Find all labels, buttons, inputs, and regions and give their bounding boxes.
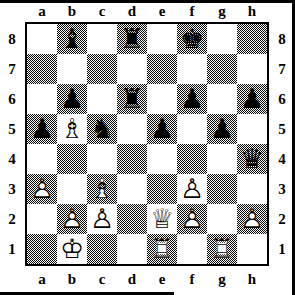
black-king[interactable]: ♚ — [177, 24, 207, 54]
file-label-bottom-d: d — [117, 270, 147, 288]
square-f2[interactable]: ♟♙ — [177, 204, 207, 234]
square-b3[interactable] — [57, 174, 87, 204]
white-pawn[interactable]: ♟♙ — [57, 204, 87, 234]
black-rook[interactable]: ♜ — [117, 24, 147, 54]
rank-labels-left: 87654321 — [3, 24, 21, 264]
square-d3[interactable] — [117, 174, 147, 204]
file-label-bottom-e: e — [147, 270, 177, 288]
square-b7[interactable] — [57, 54, 87, 84]
rank-label-right-6: 6 — [273, 84, 291, 114]
black-piece-glyph: ♟ — [57, 84, 87, 114]
square-c1[interactable] — [87, 234, 117, 264]
file-label-bottom-f: f — [177, 270, 207, 288]
rank-label-right-1: 1 — [273, 234, 291, 264]
square-g2[interactable] — [207, 204, 237, 234]
square-c2[interactable]: ♟♙ — [87, 204, 117, 234]
rank-label-left-4: 4 — [3, 144, 21, 174]
black-bishop[interactable]: ♝ — [57, 24, 87, 54]
file-label-top-f: f — [177, 2, 207, 20]
black-queen[interactable]: ♛ — [237, 144, 267, 174]
square-a6[interactable] — [27, 84, 57, 114]
square-c6[interactable] — [87, 84, 117, 114]
frame-line-right — [292, 0, 295, 295]
square-g6[interactable] — [207, 84, 237, 114]
square-c3[interactable]: ♝♗ — [87, 174, 117, 204]
black-knight[interactable]: ♞ — [87, 114, 117, 144]
square-d2[interactable] — [117, 204, 147, 234]
square-h2[interactable]: ♟♙ — [237, 204, 267, 234]
file-label-top-b: b — [57, 2, 87, 20]
file-label-top-e: e — [147, 2, 177, 20]
black-piece-glyph: ♟ — [147, 114, 177, 144]
square-e7[interactable] — [147, 54, 177, 84]
square-a5[interactable]: ♟ — [27, 114, 57, 144]
black-piece-glyph: ♝ — [57, 24, 87, 54]
square-f7[interactable] — [177, 54, 207, 84]
square-d1[interactable] — [117, 234, 147, 264]
chess-diagram: abcdefgh 87654321 ♝♜♚♟♜♟♟♟♝♗♞♟♟♛♟♙♝♗♟♙♟♙… — [0, 0, 295, 295]
file-label-top-a: a — [27, 2, 57, 20]
black-pawn[interactable]: ♟ — [207, 114, 237, 144]
square-a7[interactable] — [27, 54, 57, 84]
rank-label-right-7: 7 — [273, 54, 291, 84]
white-rook[interactable]: ♜♖ — [147, 234, 177, 264]
square-c8[interactable] — [87, 24, 117, 54]
white-piece-outline-layer: ♙ — [177, 174, 207, 204]
black-piece-glyph: ♟ — [207, 114, 237, 144]
square-f8[interactable]: ♚ — [177, 24, 207, 54]
rank-label-right-5: 5 — [273, 114, 291, 144]
white-pawn[interactable]: ♟♙ — [237, 204, 267, 234]
square-g7[interactable] — [207, 54, 237, 84]
rank-label-left-3: 3 — [3, 174, 21, 204]
square-e3[interactable] — [147, 174, 177, 204]
square-a2[interactable] — [27, 204, 57, 234]
square-b2[interactable]: ♟♙ — [57, 204, 87, 234]
square-a3[interactable]: ♟♙ — [27, 174, 57, 204]
white-pawn[interactable]: ♟♙ — [177, 204, 207, 234]
file-label-bottom-h: h — [237, 270, 267, 288]
square-e1[interactable]: ♜♖ — [147, 234, 177, 264]
rank-labels-right: 87654321 — [273, 24, 291, 264]
black-piece-glyph: ♜ — [117, 24, 147, 54]
square-b6[interactable]: ♟ — [57, 84, 87, 114]
square-e4[interactable] — [147, 144, 177, 174]
white-king[interactable]: ♚♔ — [57, 234, 87, 264]
white-queen[interactable]: ♛♕ — [147, 204, 177, 234]
black-piece-glyph: ♛ — [237, 144, 267, 174]
square-h7[interactable] — [237, 54, 267, 84]
white-rook[interactable]: ♜♖ — [207, 234, 237, 264]
square-c7[interactable] — [87, 54, 117, 84]
square-d7[interactable] — [117, 54, 147, 84]
square-e6[interactable] — [147, 84, 177, 114]
black-pawn[interactable]: ♟ — [237, 84, 267, 114]
file-label-bottom-c: c — [87, 270, 117, 288]
square-b8[interactable]: ♝ — [57, 24, 87, 54]
white-piece-outline-layer: ♖ — [147, 234, 177, 264]
file-labels-bottom: abcdefgh — [27, 270, 267, 288]
black-pawn[interactable]: ♟ — [147, 114, 177, 144]
white-piece-outline-layer: ♗ — [87, 174, 117, 204]
square-d4[interactable] — [117, 144, 147, 174]
black-pawn[interactable]: ♟ — [57, 84, 87, 114]
square-h1[interactable] — [237, 234, 267, 264]
rank-label-right-2: 2 — [273, 204, 291, 234]
square-e8[interactable] — [147, 24, 177, 54]
white-pawn[interactable]: ♟♙ — [87, 204, 117, 234]
square-g4[interactable] — [207, 144, 237, 174]
square-d6[interactable]: ♜ — [117, 84, 147, 114]
black-piece-glyph: ♜ — [117, 84, 147, 114]
square-h3[interactable] — [237, 174, 267, 204]
black-pawn[interactable]: ♟ — [177, 84, 207, 114]
square-e5[interactable]: ♟ — [147, 114, 177, 144]
file-labels-top: abcdefgh — [27, 2, 267, 20]
square-c4[interactable] — [87, 144, 117, 174]
rank-label-left-6: 6 — [3, 84, 21, 114]
square-f4[interactable] — [177, 144, 207, 174]
rank-label-left-1: 1 — [3, 234, 21, 264]
black-pawn[interactable]: ♟ — [27, 114, 57, 144]
rank-label-left-7: 7 — [3, 54, 21, 84]
white-pawn[interactable]: ♟♙ — [27, 174, 57, 204]
square-h6[interactable]: ♟ — [237, 84, 267, 114]
square-c5[interactable]: ♞ — [87, 114, 117, 144]
white-piece-outline-layer: ♙ — [177, 204, 207, 234]
black-piece-glyph: ♞ — [87, 114, 117, 144]
white-pawn[interactable]: ♟♙ — [177, 174, 207, 204]
rank-label-right-8: 8 — [273, 24, 291, 54]
file-label-top-g: g — [207, 2, 237, 20]
square-h5[interactable] — [237, 114, 267, 144]
square-g8[interactable] — [207, 24, 237, 54]
white-piece-outline-layer: ♖ — [207, 234, 237, 264]
square-d5[interactable] — [117, 114, 147, 144]
white-piece-outline-layer: ♙ — [237, 204, 267, 234]
white-piece-outline-layer: ♙ — [57, 204, 87, 234]
white-piece-outline-layer: ♔ — [57, 234, 87, 264]
rank-label-left-2: 2 — [3, 204, 21, 234]
rank-label-right-4: 4 — [273, 144, 291, 174]
rank-label-left-8: 8 — [3, 24, 21, 54]
square-a1[interactable] — [27, 234, 57, 264]
square-a4[interactable] — [27, 144, 57, 174]
square-d8[interactable]: ♜ — [117, 24, 147, 54]
file-label-top-c: c — [87, 2, 117, 20]
square-h4[interactable]: ♛ — [237, 144, 267, 174]
file-label-bottom-g: g — [207, 270, 237, 288]
square-h8[interactable] — [237, 24, 267, 54]
square-b1[interactable]: ♚♔ — [57, 234, 87, 264]
square-g3[interactable] — [207, 174, 237, 204]
file-label-bottom-b: b — [57, 270, 87, 288]
square-g5[interactable]: ♟ — [207, 114, 237, 144]
white-piece-outline-layer: ♕ — [147, 204, 177, 234]
square-g1[interactable]: ♜♖ — [207, 234, 237, 264]
file-label-top-h: h — [237, 2, 267, 20]
black-piece-glyph: ♚ — [177, 24, 207, 54]
board: ♝♜♚♟♜♟♟♟♝♗♞♟♟♛♟♙♝♗♟♙♟♙♟♙♛♕♟♙♟♙♚♔♜♖♜♖ — [25, 22, 269, 266]
square-e2[interactable]: ♛♕ — [147, 204, 177, 234]
rank-label-right-3: 3 — [273, 174, 291, 204]
square-f3[interactable]: ♟♙ — [177, 174, 207, 204]
square-f1[interactable] — [177, 234, 207, 264]
black-piece-glyph: ♟ — [27, 114, 57, 144]
square-a8[interactable] — [27, 24, 57, 54]
white-bishop[interactable]: ♝♗ — [57, 114, 87, 144]
square-b5[interactable]: ♝♗ — [57, 114, 87, 144]
white-piece-outline-layer: ♗ — [57, 114, 87, 144]
rank-label-left-5: 5 — [3, 114, 21, 144]
white-piece-outline-layer: ♙ — [87, 204, 117, 234]
black-rook[interactable]: ♜ — [117, 84, 147, 114]
square-f5[interactable] — [177, 114, 207, 144]
square-f6[interactable]: ♟ — [177, 84, 207, 114]
file-label-bottom-a: a — [27, 270, 57, 288]
white-piece-outline-layer: ♙ — [27, 174, 57, 204]
file-label-top-d: d — [117, 2, 147, 20]
black-piece-glyph: ♟ — [177, 84, 207, 114]
white-bishop[interactable]: ♝♗ — [87, 174, 117, 204]
black-piece-glyph: ♟ — [237, 84, 267, 114]
square-b4[interactable] — [57, 144, 87, 174]
